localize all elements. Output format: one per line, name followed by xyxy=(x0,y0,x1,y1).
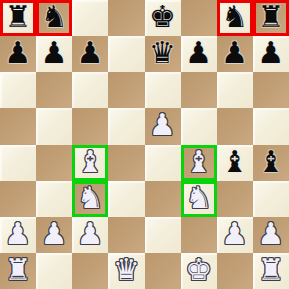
square-f1[interactable]: ♚ xyxy=(181,253,217,289)
square-d5[interactable] xyxy=(108,108,144,144)
square-e1[interactable] xyxy=(145,253,181,289)
square-c3[interactable]: ♞ xyxy=(72,181,108,217)
square-e4[interactable] xyxy=(145,145,181,181)
square-b6[interactable] xyxy=(36,72,72,108)
piece-black-pawn[interactable]: ♟ xyxy=(257,38,284,68)
square-b5[interactable] xyxy=(36,108,72,144)
square-b1[interactable] xyxy=(36,253,72,289)
square-g3[interactable] xyxy=(217,181,253,217)
square-h5[interactable] xyxy=(253,108,289,144)
square-c2[interactable]: ♟ xyxy=(72,217,108,253)
square-c5[interactable] xyxy=(72,108,108,144)
piece-white-pawn[interactable]: ♟ xyxy=(149,110,176,140)
piece-black-knight[interactable]: ♞ xyxy=(221,2,248,32)
square-h4[interactable]: ♝ xyxy=(253,145,289,181)
square-h8[interactable]: ♜ xyxy=(253,0,289,36)
piece-black-queen[interactable]: ♛ xyxy=(149,38,176,68)
square-c6[interactable] xyxy=(72,72,108,108)
square-a7[interactable]: ♟ xyxy=(0,36,36,72)
square-a8[interactable]: ♜ xyxy=(0,0,36,36)
piece-black-king[interactable]: ♚ xyxy=(149,2,176,32)
square-f3[interactable]: ♞ xyxy=(181,181,217,217)
square-h7[interactable]: ♟ xyxy=(253,36,289,72)
square-e3[interactable] xyxy=(145,181,181,217)
square-d1[interactable]: ♛ xyxy=(108,253,144,289)
piece-black-rook[interactable]: ♜ xyxy=(5,2,32,32)
square-a4[interactable] xyxy=(0,145,36,181)
piece-black-bishop[interactable]: ♝ xyxy=(221,147,248,177)
square-b8[interactable]: ♞ xyxy=(36,0,72,36)
piece-white-pawn[interactable]: ♟ xyxy=(5,219,32,249)
piece-black-pawn[interactable]: ♟ xyxy=(77,38,104,68)
square-b2[interactable]: ♟ xyxy=(36,217,72,253)
square-e5[interactable]: ♟ xyxy=(145,108,181,144)
square-a5[interactable] xyxy=(0,108,36,144)
piece-white-knight[interactable]: ♞ xyxy=(185,183,212,213)
square-d7[interactable] xyxy=(108,36,144,72)
square-g7[interactable]: ♟ xyxy=(217,36,253,72)
square-g4[interactable]: ♝ xyxy=(217,145,253,181)
chess-board: ♜♞♚♞♜♟♟♟♛♟♟♟♟♝♝♝♝♞♞♟♟♟♟♟♜♛♚♜ xyxy=(0,0,289,289)
piece-white-knight[interactable]: ♞ xyxy=(77,183,104,213)
piece-white-king[interactable]: ♚ xyxy=(185,255,212,285)
square-e2[interactable] xyxy=(145,217,181,253)
square-d6[interactable] xyxy=(108,72,144,108)
square-f2[interactable] xyxy=(181,217,217,253)
square-a2[interactable]: ♟ xyxy=(0,217,36,253)
square-b7[interactable]: ♟ xyxy=(36,36,72,72)
piece-black-pawn[interactable]: ♟ xyxy=(185,38,212,68)
square-c8[interactable] xyxy=(72,0,108,36)
piece-white-pawn[interactable]: ♟ xyxy=(221,219,248,249)
piece-white-pawn[interactable]: ♟ xyxy=(257,219,284,249)
piece-white-bishop[interactable]: ♝ xyxy=(185,147,212,177)
square-f6[interactable] xyxy=(181,72,217,108)
square-e6[interactable] xyxy=(145,72,181,108)
piece-white-rook[interactable]: ♜ xyxy=(257,255,284,285)
square-e7[interactable]: ♛ xyxy=(145,36,181,72)
square-c7[interactable]: ♟ xyxy=(72,36,108,72)
piece-black-pawn[interactable]: ♟ xyxy=(41,38,68,68)
square-g1[interactable] xyxy=(217,253,253,289)
square-h1[interactable]: ♜ xyxy=(253,253,289,289)
square-g5[interactable] xyxy=(217,108,253,144)
square-e8[interactable]: ♚ xyxy=(145,0,181,36)
square-a6[interactable] xyxy=(0,72,36,108)
piece-white-queen[interactable]: ♛ xyxy=(113,255,140,285)
square-g8[interactable]: ♞ xyxy=(217,0,253,36)
square-g2[interactable]: ♟ xyxy=(217,217,253,253)
square-d4[interactable] xyxy=(108,145,144,181)
square-h3[interactable] xyxy=(253,181,289,217)
piece-white-pawn[interactable]: ♟ xyxy=(77,219,104,249)
square-b3[interactable] xyxy=(36,181,72,217)
square-d3[interactable] xyxy=(108,181,144,217)
piece-black-bishop[interactable]: ♝ xyxy=(257,147,284,177)
square-f5[interactable] xyxy=(181,108,217,144)
piece-black-rook[interactable]: ♜ xyxy=(257,2,284,32)
square-c4[interactable]: ♝ xyxy=(72,145,108,181)
square-h2[interactable]: ♟ xyxy=(253,217,289,253)
square-g6[interactable] xyxy=(217,72,253,108)
square-a1[interactable]: ♜ xyxy=(0,253,36,289)
square-a3[interactable] xyxy=(0,181,36,217)
piece-white-rook[interactable]: ♜ xyxy=(5,255,32,285)
piece-black-knight[interactable]: ♞ xyxy=(41,2,68,32)
square-f4[interactable]: ♝ xyxy=(181,145,217,181)
square-f8[interactable] xyxy=(181,0,217,36)
square-h6[interactable] xyxy=(253,72,289,108)
piece-white-pawn[interactable]: ♟ xyxy=(41,219,68,249)
piece-white-bishop[interactable]: ♝ xyxy=(77,147,104,177)
square-c1[interactable] xyxy=(72,253,108,289)
square-b4[interactable] xyxy=(36,145,72,181)
square-d8[interactable] xyxy=(108,0,144,36)
piece-black-pawn[interactable]: ♟ xyxy=(221,38,248,68)
square-d2[interactable] xyxy=(108,217,144,253)
square-f7[interactable]: ♟ xyxy=(181,36,217,72)
piece-black-pawn[interactable]: ♟ xyxy=(5,38,32,68)
